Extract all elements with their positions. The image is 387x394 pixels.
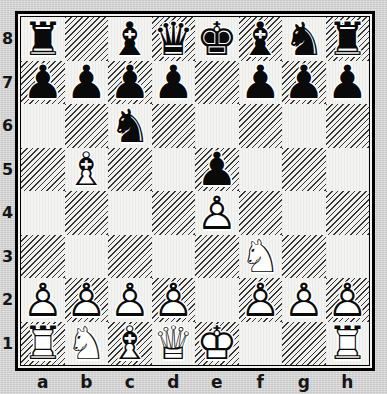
square-b2[interactable]: ♟♙ xyxy=(65,278,109,322)
black-pawn-e5[interactable]: ♟ xyxy=(195,148,239,192)
black-pawn-h7[interactable]: ♟ xyxy=(326,61,370,105)
rank-labels: 87654321 xyxy=(0,17,15,365)
square-d4[interactable] xyxy=(152,191,196,235)
board-grid: ♜♜♝♝♛♛♚♚♝♝♞♞♜♜♟♟♟♟♟♟♟♟♟♟♟♟♟♟♞♞♝♗♟♟♟♙♞♘♟♙… xyxy=(20,16,370,366)
square-f3[interactable]: ♞♘ xyxy=(239,235,283,279)
square-g5[interactable] xyxy=(282,148,326,192)
white-pawn-a2[interactable]: ♙ xyxy=(21,278,65,322)
square-e5[interactable]: ♟♟ xyxy=(195,148,239,192)
square-f4[interactable] xyxy=(239,191,283,235)
file-label-e: e xyxy=(195,372,239,392)
square-d2[interactable]: ♟♙ xyxy=(152,278,196,322)
black-king-e8[interactable]: ♚ xyxy=(195,17,239,61)
file-label-b: b xyxy=(65,372,109,392)
black-knight-g8[interactable]: ♞ xyxy=(282,17,326,61)
square-a1[interactable]: ♜♖ xyxy=(21,322,65,366)
file-labels: abcdefgh xyxy=(21,372,369,392)
square-d5[interactable] xyxy=(152,148,196,192)
square-h2[interactable]: ♟♙ xyxy=(326,278,370,322)
chess-board-diagram: 87654321 ♜♜♝♝♛♛♚♚♝♝♞♞♜♜♟♟♟♟♟♟♟♟♟♟♟♟♟♟♞♞♝… xyxy=(0,0,387,394)
square-h3[interactable] xyxy=(326,235,370,279)
square-f6[interactable] xyxy=(239,104,283,148)
black-queen-d8[interactable]: ♛ xyxy=(152,17,196,61)
square-h8[interactable]: ♜♜ xyxy=(326,17,370,61)
file-label-d: d xyxy=(152,372,196,392)
square-b3[interactable] xyxy=(65,235,109,279)
rank-label-2: 2 xyxy=(0,278,15,322)
square-c4[interactable] xyxy=(108,191,152,235)
square-c7[interactable]: ♟♟ xyxy=(108,61,152,105)
square-c1[interactable]: ♝♗ xyxy=(108,322,152,366)
black-knight-c6[interactable]: ♞ xyxy=(108,104,152,148)
black-bishop-c8[interactable]: ♝ xyxy=(108,17,152,61)
white-knight-f3[interactable]: ♘ xyxy=(239,235,283,279)
square-g1[interactable] xyxy=(282,322,326,366)
board-frame: ♜♜♝♝♛♛♚♚♝♝♞♞♜♜♟♟♟♟♟♟♟♟♟♟♟♟♟♟♞♞♝♗♟♟♟♙♞♘♟♙… xyxy=(15,11,375,371)
black-rook-h8[interactable]: ♜ xyxy=(326,17,370,61)
black-rook-a8[interactable]: ♜ xyxy=(21,17,65,61)
square-d7[interactable]: ♟♟ xyxy=(152,61,196,105)
square-f5[interactable] xyxy=(239,148,283,192)
square-a6[interactable] xyxy=(21,104,65,148)
square-c6[interactable]: ♞♞ xyxy=(108,104,152,148)
white-king-e1[interactable]: ♔ xyxy=(195,322,239,366)
black-pawn-b7[interactable]: ♟ xyxy=(65,61,109,105)
black-pawn-f7[interactable]: ♟ xyxy=(239,61,283,105)
square-f1[interactable] xyxy=(239,322,283,366)
square-h4[interactable] xyxy=(326,191,370,235)
square-e1[interactable]: ♚♔ xyxy=(195,322,239,366)
rank-label-7: 7 xyxy=(0,61,15,105)
white-bishop-c1[interactable]: ♗ xyxy=(108,322,152,366)
rank-label-1: 1 xyxy=(0,322,15,366)
square-e4[interactable]: ♟♙ xyxy=(195,191,239,235)
white-rook-a1[interactable]: ♖ xyxy=(21,322,65,366)
square-c5[interactable] xyxy=(108,148,152,192)
white-pawn-f2[interactable]: ♙ xyxy=(239,278,283,322)
rank-label-4: 4 xyxy=(0,191,15,235)
white-queen-d1[interactable]: ♕ xyxy=(152,322,196,366)
square-e7[interactable] xyxy=(195,61,239,105)
square-b6[interactable] xyxy=(65,104,109,148)
square-f8[interactable]: ♝♝ xyxy=(239,17,283,61)
square-g7[interactable]: ♟♟ xyxy=(282,61,326,105)
square-d8[interactable]: ♛♛ xyxy=(152,17,196,61)
square-a4[interactable] xyxy=(21,191,65,235)
square-e3[interactable] xyxy=(195,235,239,279)
square-g4[interactable] xyxy=(282,191,326,235)
square-d3[interactable] xyxy=(152,235,196,279)
square-e2[interactable] xyxy=(195,278,239,322)
file-label-a: a xyxy=(21,372,65,392)
black-bishop-f8[interactable]: ♝ xyxy=(239,17,283,61)
white-pawn-h2[interactable]: ♙ xyxy=(326,278,370,322)
square-a3[interactable] xyxy=(21,235,65,279)
rank-label-6: 6 xyxy=(0,104,15,148)
white-pawn-c2[interactable]: ♙ xyxy=(108,278,152,322)
white-pawn-d2[interactable]: ♙ xyxy=(152,278,196,322)
white-knight-b1[interactable]: ♘ xyxy=(65,322,109,366)
square-b7[interactable]: ♟♟ xyxy=(65,61,109,105)
white-pawn-e4[interactable]: ♙ xyxy=(195,191,239,235)
black-pawn-g7[interactable]: ♟ xyxy=(282,61,326,105)
rank-label-3: 3 xyxy=(0,235,15,279)
square-b1[interactable]: ♞♘ xyxy=(65,322,109,366)
square-e6[interactable] xyxy=(195,104,239,148)
square-a7[interactable]: ♟♟ xyxy=(21,61,65,105)
black-pawn-a7[interactable]: ♟ xyxy=(21,61,65,105)
square-d1[interactable]: ♛♕ xyxy=(152,322,196,366)
white-bishop-b5[interactable]: ♗ xyxy=(65,148,109,192)
square-b5[interactable]: ♝♗ xyxy=(65,148,109,192)
square-g8[interactable]: ♞♞ xyxy=(282,17,326,61)
white-pawn-g2[interactable]: ♙ xyxy=(282,278,326,322)
square-h1[interactable]: ♜♖ xyxy=(326,322,370,366)
square-f7[interactable]: ♟♟ xyxy=(239,61,283,105)
square-b8[interactable] xyxy=(65,17,109,61)
black-pawn-c7[interactable]: ♟ xyxy=(108,61,152,105)
square-a2[interactable]: ♟♙ xyxy=(21,278,65,322)
file-label-f: f xyxy=(239,372,283,392)
square-g3[interactable] xyxy=(282,235,326,279)
rank-label-8: 8 xyxy=(0,17,15,61)
white-pawn-b2[interactable]: ♙ xyxy=(65,278,109,322)
file-label-g: g xyxy=(282,372,326,392)
square-b4[interactable] xyxy=(65,191,109,235)
square-a8[interactable]: ♜♜ xyxy=(21,17,65,61)
square-a5[interactable] xyxy=(21,148,65,192)
square-c2[interactable]: ♟♙ xyxy=(108,278,152,322)
square-h6[interactable] xyxy=(326,104,370,148)
white-rook-h1[interactable]: ♖ xyxy=(326,322,370,366)
file-label-c: c xyxy=(108,372,152,392)
square-h7[interactable]: ♟♟ xyxy=(326,61,370,105)
square-e8[interactable]: ♚♚ xyxy=(195,17,239,61)
file-label-h: h xyxy=(326,372,370,392)
square-c8[interactable]: ♝♝ xyxy=(108,17,152,61)
square-f2[interactable]: ♟♙ xyxy=(239,278,283,322)
square-c3[interactable] xyxy=(108,235,152,279)
rank-label-5: 5 xyxy=(0,148,15,192)
square-g6[interactable] xyxy=(282,104,326,148)
black-pawn-d7[interactable]: ♟ xyxy=(152,61,196,105)
square-g2[interactable]: ♟♙ xyxy=(282,278,326,322)
square-h5[interactable] xyxy=(326,148,370,192)
square-d6[interactable] xyxy=(152,104,196,148)
